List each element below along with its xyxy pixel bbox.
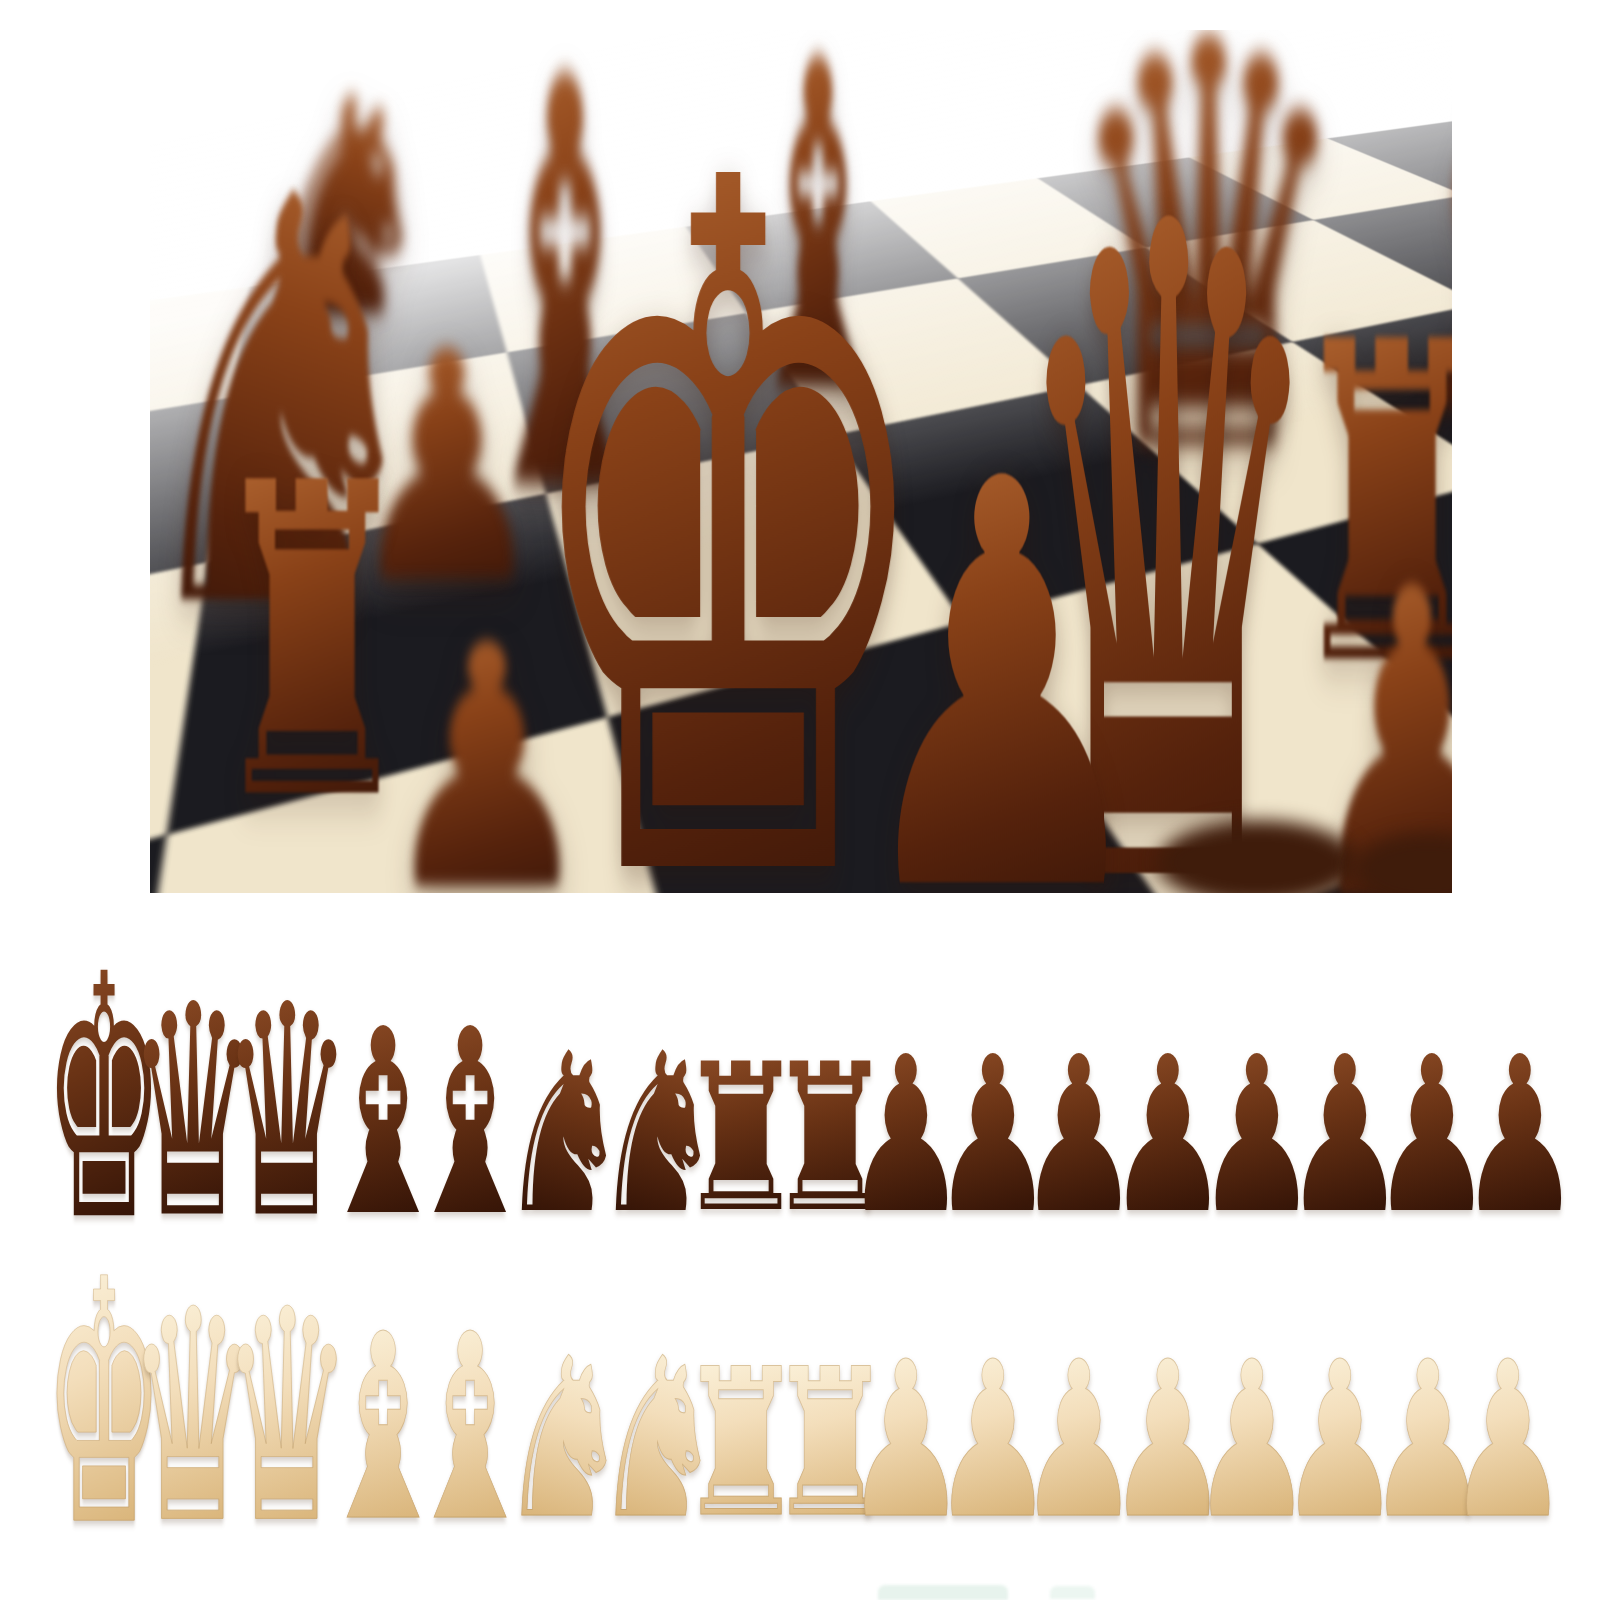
hero-photo: ♞♝♛♝♝♟♞♟♜♛♜♟♚♟	[150, 30, 1452, 893]
light-pieces-row: ♚♛♛♝♝♞♞♜♜♟♟♟♟♟♟♟♟	[0, 1255, 1600, 1505]
dark-pawn-8: ♟	[1458, 1028, 1581, 1243]
photo-rook-left: ♜	[206, 428, 418, 858]
photo-king-center: ♚	[515, 62, 941, 893]
watermark-smudge-1	[878, 1585, 1008, 1600]
light-pawn-8: ♟	[1446, 1333, 1569, 1548]
dark-pieces-row: ♚♛♛♝♝♞♞♜♜♟♟♟♟♟♟♟♟	[0, 950, 1600, 1200]
watermark-smudge-2	[1050, 1586, 1095, 1599]
product-image-canvas: ♞♝♛♝♝♟♞♟♜♛♜♟♚♟ ♚♛♛♝♝♞♞♜♜♟♟♟♟♟♟♟♟ ♚♛♛♝♝♞♞…	[0, 0, 1600, 1600]
